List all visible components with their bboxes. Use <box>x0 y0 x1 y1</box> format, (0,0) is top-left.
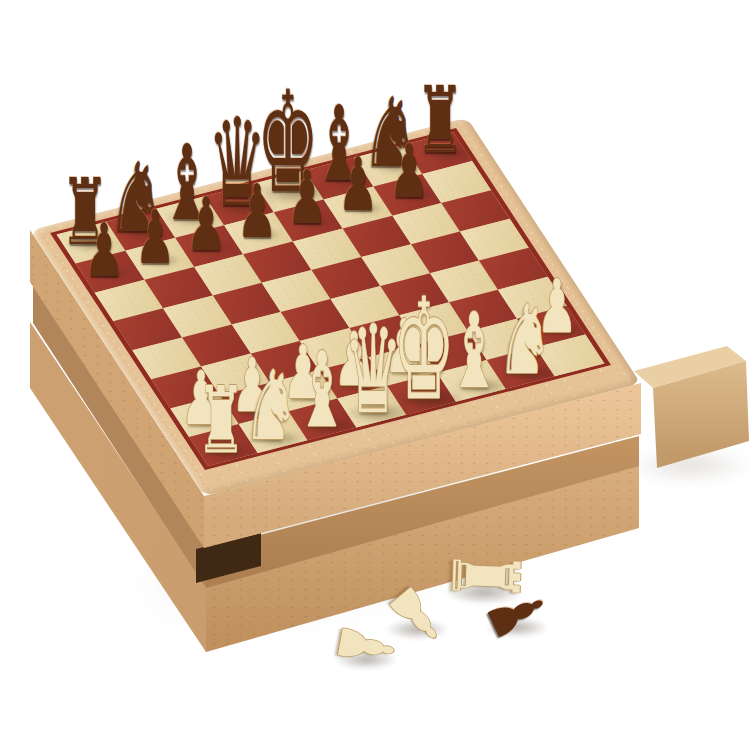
product-photo-scene: ♜♞♝♛♚♝♞♜♟♟♟♟♟♟♟♟♟♟♟♟♟♜♞♝♛♚♝♞♟♟♜♟ <box>0 0 750 750</box>
piece-white-bishop-c1[interactable]: ♝ <box>295 338 349 442</box>
piece-white-knight-g1[interactable]: ♞ <box>497 292 554 388</box>
piece-black-pawn-f7[interactable]: ♟ <box>338 147 379 221</box>
piece-white-queen-d1[interactable]: ♛ <box>343 309 402 431</box>
piece-black-pawn-g7[interactable]: ♟ <box>388 134 429 208</box>
piece-white-rook-a1[interactable]: ♜ <box>196 375 245 467</box>
piece-black-pawn-a7[interactable]: ♟ <box>84 212 125 286</box>
piece-black-pawn-e7[interactable]: ♟ <box>287 160 328 234</box>
piece-white-bishop-f1[interactable]: ♝ <box>447 299 501 403</box>
piece-black-pawn-d7[interactable]: ♟ <box>236 173 277 247</box>
piece-black-pawn-b7[interactable]: ♟ <box>135 199 176 273</box>
piece-black-pawn-c7[interactable]: ♟ <box>185 186 226 260</box>
piece-white-knight-b1[interactable]: ♞ <box>243 358 300 454</box>
